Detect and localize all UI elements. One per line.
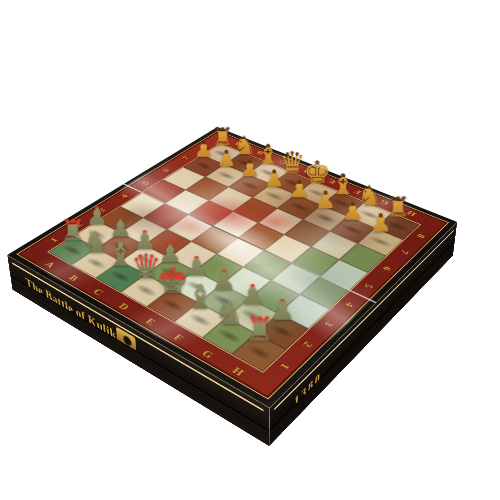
chess-board-box: ABCDEFGH ABCDEFGH 87654321 87654321 ♜♞♝♛… [7, 127, 457, 408]
pawn-glyph: ♟ [362, 210, 398, 236]
product-photo-scene: ABCDEFGH ABCDEFGH 87654321 87654321 ♜♞♝♛… [0, 0, 500, 500]
rook-glyph: ♜ [238, 312, 280, 346]
piece-white-rook-h1[interactable]: ♜ [238, 312, 280, 352]
piece-black-pawn-h7[interactable]: ♟ [362, 210, 398, 241]
